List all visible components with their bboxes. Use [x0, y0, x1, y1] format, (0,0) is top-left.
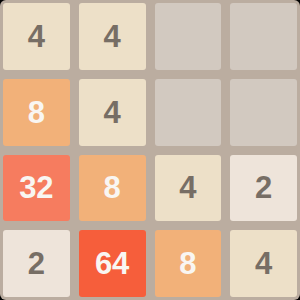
tile-4: 4 [155, 155, 222, 222]
tile-2: 2 [3, 230, 70, 297]
board-2048[interactable]: 44843284226484 [0, 0, 300, 300]
tile-8: 8 [79, 155, 146, 222]
tile-4: 4 [230, 230, 297, 297]
tile-4: 4 [79, 3, 146, 70]
tile-2: 2 [230, 155, 297, 222]
empty-cell [155, 79, 222, 146]
tile-64: 64 [79, 230, 146, 297]
tile-4: 4 [79, 79, 146, 146]
tile-8: 8 [155, 230, 222, 297]
tile-4: 4 [3, 3, 70, 70]
empty-cell [230, 79, 297, 146]
tile-8: 8 [3, 79, 70, 146]
tile-32: 32 [3, 155, 70, 222]
empty-cell [230, 3, 297, 70]
empty-cell [155, 3, 222, 70]
